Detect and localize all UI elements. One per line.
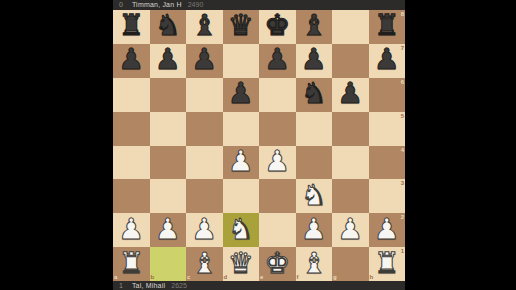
square-d6[interactable]: ♟ <box>223 78 260 112</box>
square-c6[interactable] <box>186 78 223 112</box>
square-c3[interactable] <box>186 179 223 213</box>
square-e1[interactable]: ♚e <box>259 247 296 281</box>
coord-file-c: c <box>187 274 190 280</box>
app-window: 0 Timman, Jan H 2490 ♜♞♝♛♚♝♜8♟♟♟♟♟♟7♟♞♟6… <box>0 0 516 290</box>
piece-black-pawn[interactable]: ♟ <box>374 45 400 74</box>
player-bar-white: 1 Tal, Mihail 2625 <box>113 281 405 290</box>
piece-white-knight[interactable]: ♞ <box>228 215 254 244</box>
square-g2[interactable]: ♟ <box>332 213 369 247</box>
square-d2[interactable]: ♞ <box>223 213 260 247</box>
chess-board: ♜♞♝♛♚♝♜8♟♟♟♟♟♟7♟♞♟65♟♟4♞3♟♟♟♞♟♟♟2♜ab♝c♛d… <box>113 10 405 281</box>
coord-rank-8: 8 <box>401 11 404 17</box>
square-c1[interactable]: ♝c <box>186 247 223 281</box>
piece-black-queen[interactable]: ♛ <box>228 11 254 40</box>
square-h2[interactable]: ♟2 <box>369 213 406 247</box>
piece-black-bishop[interactable]: ♝ <box>191 11 217 40</box>
square-e6[interactable] <box>259 78 296 112</box>
square-h3[interactable]: 3 <box>369 179 406 213</box>
square-b2[interactable]: ♟ <box>150 213 187 247</box>
square-a7[interactable]: ♟ <box>113 44 150 78</box>
square-h7[interactable]: ♟7 <box>369 44 406 78</box>
square-a5[interactable] <box>113 112 150 146</box>
square-g1[interactable]: g <box>332 247 369 281</box>
square-b7[interactable]: ♟ <box>150 44 187 78</box>
piece-white-knight[interactable]: ♞ <box>301 181 327 210</box>
square-g7[interactable] <box>332 44 369 78</box>
square-g4[interactable] <box>332 146 369 180</box>
coord-file-b: b <box>151 274 155 280</box>
square-e7[interactable]: ♟ <box>259 44 296 78</box>
piece-white-pawn[interactable]: ♟ <box>374 215 400 244</box>
square-f1[interactable]: ♝f <box>296 247 333 281</box>
piece-black-rook[interactable]: ♜ <box>118 11 144 40</box>
square-f8[interactable]: ♝ <box>296 10 333 44</box>
square-e5[interactable] <box>259 112 296 146</box>
piece-black-rook[interactable]: ♜ <box>374 11 400 40</box>
square-f3[interactable]: ♞ <box>296 179 333 213</box>
piece-white-pawn[interactable]: ♟ <box>228 147 254 176</box>
piece-black-king[interactable]: ♚ <box>264 11 290 40</box>
square-f2[interactable]: ♟ <box>296 213 333 247</box>
square-g6[interactable]: ♟ <box>332 78 369 112</box>
coord-file-g: g <box>333 274 337 280</box>
white-player-rating: 2625 <box>171 282 187 290</box>
piece-white-pawn[interactable]: ♟ <box>155 215 181 244</box>
coord-file-a: a <box>114 274 117 280</box>
square-d3[interactable] <box>223 179 260 213</box>
piece-black-pawn[interactable]: ♟ <box>118 45 144 74</box>
square-e3[interactable] <box>259 179 296 213</box>
square-b8[interactable]: ♞ <box>150 10 187 44</box>
coord-file-d: d <box>224 274 228 280</box>
white-result: 1 <box>119 282 123 290</box>
piece-white-pawn[interactable]: ♟ <box>264 147 290 176</box>
piece-white-rook[interactable]: ♜ <box>374 249 400 278</box>
square-h5[interactable]: 5 <box>369 112 406 146</box>
square-a3[interactable] <box>113 179 150 213</box>
square-b1[interactable]: b <box>150 247 187 281</box>
square-e2[interactable] <box>259 213 296 247</box>
square-d7[interactable] <box>223 44 260 78</box>
square-g3[interactable] <box>332 179 369 213</box>
square-h8[interactable]: ♜8 <box>369 10 406 44</box>
square-d4[interactable]: ♟ <box>223 146 260 180</box>
square-h6[interactable]: 6 <box>369 78 406 112</box>
square-f6[interactable]: ♞ <box>296 78 333 112</box>
square-c2[interactable]: ♟ <box>186 213 223 247</box>
piece-white-pawn[interactable]: ♟ <box>191 215 217 244</box>
coord-rank-4: 4 <box>401 147 404 153</box>
square-c5[interactable] <box>186 112 223 146</box>
square-b3[interactable] <box>150 179 187 213</box>
square-d5[interactable] <box>223 112 260 146</box>
piece-white-rook[interactable]: ♜ <box>118 249 144 278</box>
coord-file-h: h <box>370 274 374 280</box>
coord-rank-7: 7 <box>401 45 404 51</box>
coord-rank-5: 5 <box>401 113 404 119</box>
square-e8[interactable]: ♚ <box>259 10 296 44</box>
square-g5[interactable] <box>332 112 369 146</box>
piece-black-knight[interactable]: ♞ <box>155 11 181 40</box>
square-g8[interactable] <box>332 10 369 44</box>
coord-rank-6: 6 <box>401 79 404 85</box>
square-c8[interactable]: ♝ <box>186 10 223 44</box>
piece-black-pawn[interactable]: ♟ <box>228 79 254 108</box>
square-a2[interactable]: ♟ <box>113 213 150 247</box>
coord-file-e: e <box>260 274 263 280</box>
square-h4[interactable]: 4 <box>369 146 406 180</box>
piece-black-pawn[interactable]: ♟ <box>264 45 290 74</box>
piece-white-pawn[interactable]: ♟ <box>118 215 144 244</box>
square-a6[interactable] <box>113 78 150 112</box>
square-d1[interactable]: ♛d <box>223 247 260 281</box>
square-f4[interactable] <box>296 146 333 180</box>
piece-white-pawn[interactable]: ♟ <box>337 215 363 244</box>
square-d8[interactable]: ♛ <box>223 10 260 44</box>
square-e4[interactable]: ♟ <box>259 146 296 180</box>
coord-file-f: f <box>297 274 299 280</box>
piece-black-pawn[interactable]: ♟ <box>301 45 327 74</box>
piece-white-pawn[interactable]: ♟ <box>301 215 327 244</box>
square-a8[interactable]: ♜ <box>113 10 150 44</box>
piece-black-pawn[interactable]: ♟ <box>191 45 217 74</box>
piece-black-bishop[interactable]: ♝ <box>301 11 327 40</box>
square-f5[interactable] <box>296 112 333 146</box>
piece-black-pawn[interactable]: ♟ <box>337 79 363 108</box>
piece-white-bishop[interactable]: ♝ <box>191 249 217 278</box>
white-player-name: Tal, Mihail <box>132 282 165 290</box>
square-c4[interactable] <box>186 146 223 180</box>
piece-white-queen[interactable]: ♛ <box>228 249 254 278</box>
coord-rank-1: 1 <box>401 248 404 254</box>
piece-white-bishop[interactable]: ♝ <box>301 249 327 278</box>
coord-rank-2: 2 <box>401 214 404 220</box>
square-b4[interactable] <box>150 146 187 180</box>
piece-black-pawn[interactable]: ♟ <box>155 45 181 74</box>
square-b5[interactable] <box>150 112 187 146</box>
square-h1[interactable]: ♜h1 <box>369 247 406 281</box>
board-panel: 0 Timman, Jan H 2490 ♜♞♝♛♚♝♜8♟♟♟♟♟♟7♟♞♟6… <box>113 0 405 290</box>
piece-white-king[interactable]: ♚ <box>264 249 290 278</box>
square-b6[interactable] <box>150 78 187 112</box>
square-a1[interactable]: ♜a <box>113 247 150 281</box>
square-c7[interactable]: ♟ <box>186 44 223 78</box>
coord-rank-3: 3 <box>401 180 404 186</box>
square-f7[interactable]: ♟ <box>296 44 333 78</box>
piece-black-knight[interactable]: ♞ <box>301 79 327 108</box>
square-a4[interactable] <box>113 146 150 180</box>
